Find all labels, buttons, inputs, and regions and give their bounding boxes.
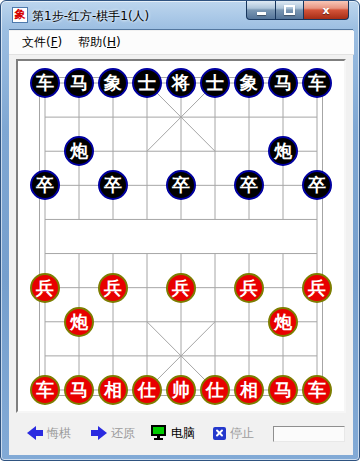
piece-red-r6c4[interactable]: 兵 <box>166 273 196 303</box>
menu-item-help[interactable]: 帮助(H) <box>74 31 124 54</box>
close-button[interactable]: x <box>304 1 349 20</box>
piece-black-r0c4[interactable]: 将 <box>166 68 196 98</box>
client-area: 文件(F) 帮助(H) 车马象士将士象马车炮炮卒卒卒卒卒兵兵兵兵兵炮炮车马相仕帅… <box>9 29 353 455</box>
board-panel: 车马象士将士象马车炮炮卒卒卒卒卒兵兵兵兵兵炮炮车马相仕帅仕相马车 <box>16 59 346 413</box>
monitor-icon <box>151 425 167 441</box>
piece-red-r9c8[interactable]: 车 <box>302 375 332 405</box>
window-title: 第1步-红方-棋手1(人) <box>32 8 149 25</box>
piece-red-r9c4[interactable]: 帅 <box>166 375 196 405</box>
piece-black-r0c6[interactable]: 象 <box>234 68 264 98</box>
stop-button[interactable]: 停止 <box>213 422 254 444</box>
xiangqi-board[interactable]: 车马象士将士象马车炮炮卒卒卒卒卒兵兵兵兵兵炮炮车马相仕帅仕相马车 <box>18 61 344 411</box>
piece-black-r0c7[interactable]: 马 <box>268 68 298 98</box>
menu-item-file[interactable]: 文件(F) <box>18 31 66 54</box>
minimize-button[interactable] <box>246 1 276 20</box>
caption-buttons: x <box>246 1 349 20</box>
menu-file-label: 文件( <box>22 35 51 49</box>
piece-red-r9c3[interactable]: 仕 <box>132 375 162 405</box>
menu-help-label-close: ) <box>116 35 121 49</box>
redo-label: 还原 <box>111 425 135 442</box>
piece-red-r9c7[interactable]: 马 <box>268 375 298 405</box>
stop-icon <box>213 427 226 440</box>
piece-red-r7c1[interactable]: 炮 <box>64 307 94 337</box>
piece-red-r9c6[interactable]: 相 <box>234 375 264 405</box>
arrow-right-icon <box>91 426 107 440</box>
piece-black-r0c3[interactable]: 士 <box>132 68 162 98</box>
status-box <box>273 426 345 442</box>
piece-red-r9c5[interactable]: 仕 <box>200 375 230 405</box>
piece-red-r9c1[interactable]: 马 <box>64 375 94 405</box>
menu-help-label: 帮助( <box>78 35 107 49</box>
computer-button[interactable]: 电脑 <box>151 422 195 444</box>
piece-black-r0c2[interactable]: 象 <box>98 68 128 98</box>
piece-red-r9c0[interactable]: 车 <box>30 375 60 405</box>
piece-black-r0c5[interactable]: 士 <box>200 68 230 98</box>
piece-red-r6c8[interactable]: 兵 <box>302 273 332 303</box>
redo-button[interactable]: 还原 <box>91 422 135 444</box>
undo-label: 悔棋 <box>47 425 71 442</box>
arrow-left-icon <box>27 426 43 440</box>
computer-label: 电脑 <box>171 425 195 442</box>
undo-button[interactable]: 悔棋 <box>27 422 71 444</box>
menu-file-key: F <box>51 35 58 49</box>
piece-red-r6c6[interactable]: 兵 <box>234 273 264 303</box>
menu-file-label-close: ) <box>58 35 63 49</box>
menu-bar: 文件(F) 帮助(H) <box>9 31 354 55</box>
piece-red-r6c0[interactable]: 兵 <box>30 273 60 303</box>
minimize-icon <box>257 12 266 15</box>
piece-red-r7c7[interactable]: 炮 <box>268 307 298 337</box>
stop-label: 停止 <box>230 425 254 442</box>
close-icon: x <box>322 4 329 17</box>
board-grid-lines <box>18 61 344 411</box>
piece-black-r0c8[interactable]: 车 <box>302 68 332 98</box>
piece-red-r6c2[interactable]: 兵 <box>98 273 128 303</box>
piece-black-r0c1[interactable]: 马 <box>64 68 94 98</box>
maximize-button[interactable] <box>276 1 304 20</box>
maximize-icon <box>284 5 295 15</box>
title-bar[interactable]: 象 第1步-红方-棋手1(人) x <box>1 1 359 29</box>
menu-help-key: H <box>107 35 116 49</box>
piece-red-r9c2[interactable]: 相 <box>98 375 128 405</box>
piece-black-r0c0[interactable]: 车 <box>30 68 60 98</box>
app-window: 象 第1步-红方-棋手1(人) x 文件(F) 帮助(H) 车马象士将士象马车炮… <box>0 0 360 461</box>
xiangqi-app-icon: 象 <box>12 7 28 23</box>
